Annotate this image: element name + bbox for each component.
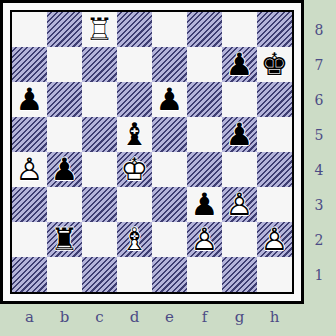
white-pawn-icon: ♟♙ bbox=[187, 222, 222, 257]
square-d5[interactable]: ♝ bbox=[117, 117, 152, 152]
square-c2[interactable] bbox=[82, 222, 117, 257]
square-a4[interactable]: ♟♙ bbox=[12, 152, 47, 187]
pawn-outline: ♙ bbox=[222, 187, 257, 222]
square-h6[interactable] bbox=[257, 82, 292, 117]
white-pawn-icon: ♟♙ bbox=[222, 187, 257, 222]
square-d2[interactable]: ♝♗ bbox=[117, 222, 152, 257]
square-f8[interactable] bbox=[187, 12, 222, 47]
rank-label-7: 7 bbox=[304, 47, 334, 82]
square-e7[interactable] bbox=[152, 47, 187, 82]
square-h8[interactable] bbox=[257, 12, 292, 47]
square-b5[interactable] bbox=[47, 117, 82, 152]
chess-diagram: ♜♖♟♚♟♟♝♟♟♙♟♚♔♟♟♙♜♝♗♟♙♟♙ 87654321 abcdefg… bbox=[0, 0, 336, 336]
square-h7[interactable]: ♚ bbox=[257, 47, 292, 82]
file-label-b: b bbox=[47, 302, 82, 332]
square-c7[interactable] bbox=[82, 47, 117, 82]
white-pawn-icon: ♟♙ bbox=[257, 222, 292, 257]
king-outline: ♔ bbox=[117, 152, 152, 187]
square-d6[interactable] bbox=[117, 82, 152, 117]
square-g6[interactable] bbox=[222, 82, 257, 117]
square-c5[interactable] bbox=[82, 117, 117, 152]
square-a3[interactable] bbox=[12, 187, 47, 222]
square-d8[interactable] bbox=[117, 12, 152, 47]
file-label-e: e bbox=[152, 302, 187, 332]
rook-outline: ♖ bbox=[82, 12, 117, 47]
rank-label-8: 8 bbox=[304, 12, 334, 47]
square-e5[interactable] bbox=[152, 117, 187, 152]
square-f7[interactable] bbox=[187, 47, 222, 82]
square-f1[interactable] bbox=[187, 257, 222, 292]
square-a8[interactable] bbox=[12, 12, 47, 47]
square-h2[interactable]: ♟♙ bbox=[257, 222, 292, 257]
black-pawn-icon: ♟ bbox=[12, 82, 47, 117]
square-f4[interactable] bbox=[187, 152, 222, 187]
square-f6[interactable] bbox=[187, 82, 222, 117]
file-coordinates: abcdefgh bbox=[12, 302, 292, 332]
white-rook-icon: ♜♖ bbox=[82, 12, 117, 47]
file-label-g: g bbox=[222, 302, 257, 332]
square-e8[interactable] bbox=[152, 12, 187, 47]
square-a5[interactable] bbox=[12, 117, 47, 152]
black-pawn-icon: ♟ bbox=[222, 47, 257, 82]
square-d7[interactable] bbox=[117, 47, 152, 82]
square-b3[interactable] bbox=[47, 187, 82, 222]
square-f5[interactable] bbox=[187, 117, 222, 152]
white-king-icon: ♚♔ bbox=[117, 152, 152, 187]
square-e6[interactable]: ♟ bbox=[152, 82, 187, 117]
white-pawn-icon: ♟♙ bbox=[12, 152, 47, 187]
pawn-outline: ♙ bbox=[257, 222, 292, 257]
black-king-icon: ♚ bbox=[257, 47, 292, 82]
square-b7[interactable] bbox=[47, 47, 82, 82]
square-a1[interactable] bbox=[12, 257, 47, 292]
board-frame: ♜♖♟♚♟♟♝♟♟♙♟♚♔♟♟♙♜♝♗♟♙♟♙ bbox=[0, 0, 304, 304]
black-pawn-icon: ♟ bbox=[152, 82, 187, 117]
square-a2[interactable] bbox=[12, 222, 47, 257]
square-b6[interactable] bbox=[47, 82, 82, 117]
square-b1[interactable] bbox=[47, 257, 82, 292]
pawn-outline: ♙ bbox=[12, 152, 47, 187]
rank-label-4: 4 bbox=[304, 152, 334, 187]
file-label-c: c bbox=[82, 302, 117, 332]
file-label-d: d bbox=[117, 302, 152, 332]
square-e2[interactable] bbox=[152, 222, 187, 257]
square-c8[interactable]: ♜♖ bbox=[82, 12, 117, 47]
square-g4[interactable] bbox=[222, 152, 257, 187]
rank-label-5: 5 bbox=[304, 117, 334, 152]
square-a7[interactable] bbox=[12, 47, 47, 82]
square-f3[interactable]: ♟ bbox=[187, 187, 222, 222]
square-f2[interactable]: ♟♙ bbox=[187, 222, 222, 257]
black-pawn-icon: ♟ bbox=[47, 152, 82, 187]
file-label-h: h bbox=[257, 302, 292, 332]
square-h4[interactable] bbox=[257, 152, 292, 187]
square-h5[interactable] bbox=[257, 117, 292, 152]
square-g2[interactable] bbox=[222, 222, 257, 257]
rank-label-6: 6 bbox=[304, 82, 334, 117]
rank-coordinates: 87654321 bbox=[304, 12, 334, 292]
square-b2[interactable]: ♜ bbox=[47, 222, 82, 257]
square-g8[interactable] bbox=[222, 12, 257, 47]
square-g5[interactable]: ♟ bbox=[222, 117, 257, 152]
black-pawn-icon: ♟ bbox=[187, 187, 222, 222]
white-bishop-icon: ♝♗ bbox=[117, 222, 152, 257]
file-label-f: f bbox=[187, 302, 222, 332]
rank-label-1: 1 bbox=[304, 257, 334, 292]
square-c4[interactable] bbox=[82, 152, 117, 187]
square-a6[interactable]: ♟ bbox=[12, 82, 47, 117]
chess-board: ♜♖♟♚♟♟♝♟♟♙♟♚♔♟♟♙♜♝♗♟♙♟♙ bbox=[10, 10, 294, 294]
square-d1[interactable] bbox=[117, 257, 152, 292]
rank-label-3: 3 bbox=[304, 187, 334, 222]
square-g3[interactable]: ♟♙ bbox=[222, 187, 257, 222]
square-d3[interactable] bbox=[117, 187, 152, 222]
black-rook-icon: ♜ bbox=[47, 222, 82, 257]
square-h1[interactable] bbox=[257, 257, 292, 292]
black-bishop-icon: ♝ bbox=[117, 117, 152, 152]
pawn-outline: ♙ bbox=[187, 222, 222, 257]
square-c6[interactable] bbox=[82, 82, 117, 117]
square-g7[interactable]: ♟ bbox=[222, 47, 257, 82]
square-e3[interactable] bbox=[152, 187, 187, 222]
square-c1[interactable] bbox=[82, 257, 117, 292]
square-e1[interactable] bbox=[152, 257, 187, 292]
square-b4[interactable]: ♟ bbox=[47, 152, 82, 187]
square-b8[interactable] bbox=[47, 12, 82, 47]
square-e4[interactable] bbox=[152, 152, 187, 187]
square-d4[interactable]: ♚♔ bbox=[117, 152, 152, 187]
file-label-a: a bbox=[12, 302, 47, 332]
rank-label-2: 2 bbox=[304, 222, 334, 257]
bishop-outline: ♗ bbox=[117, 222, 152, 257]
square-g1[interactable] bbox=[222, 257, 257, 292]
square-h3[interactable] bbox=[257, 187, 292, 222]
square-c3[interactable] bbox=[82, 187, 117, 222]
black-pawn-icon: ♟ bbox=[222, 117, 257, 152]
